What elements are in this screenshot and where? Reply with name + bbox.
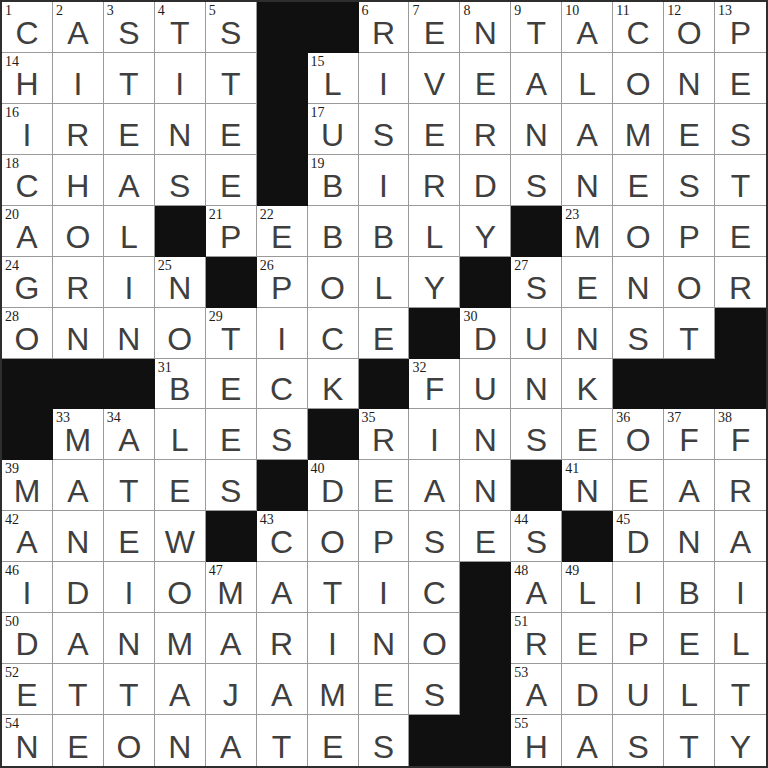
white-cell[interactable]: O <box>308 511 359 562</box>
cell-letter: E <box>104 119 154 151</box>
black-cell <box>613 359 664 410</box>
white-cell[interactable]: A <box>715 511 766 562</box>
cell-letter: N <box>613 272 663 304</box>
white-cell[interactable]: N <box>53 308 104 359</box>
cell-letter: I <box>359 170 409 202</box>
white-cell[interactable]: E <box>613 460 664 511</box>
white-cell[interactable]: E <box>206 104 257 155</box>
white-cell[interactable]: A <box>664 460 715 511</box>
white-cell[interactable]: O <box>664 257 715 308</box>
white-cell[interactable]: N <box>664 511 715 562</box>
cell-letter: P <box>359 526 409 558</box>
clue-number: 16 <box>5 105 19 120</box>
white-cell[interactable]: E <box>53 715 104 766</box>
cell-letter: S <box>155 170 205 202</box>
cell-letter: O <box>2 323 52 355</box>
cell-letter: C <box>308 323 358 355</box>
white-cell[interactable]: O <box>155 562 206 613</box>
cell-letter: M <box>613 119 663 151</box>
white-cell[interactable]: 25N <box>155 257 206 308</box>
white-cell[interactable]: U <box>511 308 562 359</box>
white-cell[interactable]: A <box>206 613 257 664</box>
white-cell[interactable]: S <box>613 308 664 359</box>
white-cell[interactable]: T <box>664 715 715 766</box>
white-cell[interactable]: S <box>613 715 664 766</box>
clue-number: 5 <box>209 3 216 18</box>
white-cell[interactable]: E <box>664 613 715 664</box>
white-cell[interactable]: T <box>257 715 308 766</box>
white-cell[interactable]: 52E <box>2 664 53 715</box>
white-cell[interactable]: M <box>308 664 359 715</box>
white-cell[interactable]: 44S <box>511 511 562 562</box>
white-cell[interactable]: S <box>715 104 766 155</box>
cell-letter: S <box>359 119 409 151</box>
white-cell[interactable]: M <box>155 613 206 664</box>
white-cell[interactable]: K <box>562 359 613 410</box>
cell-letter: A <box>104 170 154 202</box>
white-cell[interactable]: S <box>206 460 257 511</box>
white-cell[interactable]: 23M <box>562 206 613 257</box>
black-cell <box>460 613 511 664</box>
white-cell[interactable]: Y <box>409 257 460 308</box>
white-cell[interactable]: I <box>359 53 410 104</box>
white-cell[interactable]: 55H <box>511 715 562 766</box>
white-cell[interactable]: I <box>104 257 155 308</box>
white-cell[interactable]: B <box>664 562 715 613</box>
white-cell[interactable]: T <box>308 562 359 613</box>
white-cell[interactable]: 16I <box>2 104 53 155</box>
white-cell[interactable]: I <box>155 53 206 104</box>
white-cell[interactable]: 50D <box>2 613 53 664</box>
cell-letter: I <box>2 577 52 609</box>
cell-letter: G <box>2 272 52 304</box>
white-cell[interactable]: D <box>53 562 104 613</box>
white-cell[interactable]: N <box>562 155 613 206</box>
white-cell[interactable]: I <box>53 53 104 104</box>
white-cell[interactable]: 41N <box>562 460 613 511</box>
cell-letter: E <box>664 119 714 151</box>
white-cell[interactable]: 38F <box>715 409 766 460</box>
cell-letter: C <box>409 577 459 609</box>
white-cell[interactable]: D <box>460 155 511 206</box>
white-cell[interactable]: R <box>409 155 460 206</box>
white-cell[interactable]: E <box>460 53 511 104</box>
white-cell[interactable]: 45D <box>613 511 664 562</box>
cell-letter: T <box>308 577 358 609</box>
white-cell[interactable]: 42A <box>2 511 53 562</box>
white-cell[interactable]: E <box>562 613 613 664</box>
cell-letter: E <box>613 475 663 507</box>
white-cell[interactable]: 14H <box>2 53 53 104</box>
white-cell[interactable]: E <box>664 104 715 155</box>
white-cell[interactable]: H <box>53 155 104 206</box>
white-cell[interactable]: A <box>206 715 257 766</box>
white-cell[interactable]: E <box>155 460 206 511</box>
cell-letter: H <box>53 170 103 202</box>
white-cell[interactable]: S <box>664 155 715 206</box>
white-cell[interactable]: E <box>613 155 664 206</box>
cell-letter: I <box>104 272 154 304</box>
white-cell[interactable]: 3S <box>104 2 155 53</box>
white-cell[interactable]: L <box>562 53 613 104</box>
white-cell[interactable]: E <box>562 257 613 308</box>
cell-letter: A <box>53 17 103 49</box>
white-cell[interactable]: I <box>359 155 410 206</box>
white-cell[interactable]: 54N <box>2 715 53 766</box>
cell-letter: N <box>562 323 612 355</box>
white-cell[interactable]: N <box>460 409 511 460</box>
white-cell[interactable]: 35R <box>359 409 410 460</box>
white-cell[interactable]: N <box>104 613 155 664</box>
white-cell[interactable]: T <box>104 664 155 715</box>
black-cell <box>104 359 155 410</box>
cell-letter: R <box>715 475 766 507</box>
white-cell[interactable]: T <box>715 155 766 206</box>
white-cell[interactable]: I <box>257 308 308 359</box>
white-cell[interactable]: 51R <box>511 613 562 664</box>
white-cell[interactable]: O <box>104 715 155 766</box>
white-cell[interactable]: I <box>104 562 155 613</box>
white-cell[interactable]: P <box>664 206 715 257</box>
white-cell[interactable]: 2A <box>53 2 104 53</box>
cell-letter: O <box>155 323 205 355</box>
white-cell[interactable]: E <box>359 308 410 359</box>
cell-letter: R <box>359 17 409 49</box>
white-cell[interactable]: I <box>409 409 460 460</box>
white-cell[interactable]: S <box>511 409 562 460</box>
cell-letter: O <box>613 221 663 253</box>
white-cell[interactable]: T <box>104 53 155 104</box>
cell-letter: N <box>359 628 409 660</box>
cell-letter: D <box>2 628 52 660</box>
white-cell[interactable]: B <box>308 206 359 257</box>
cell-letter: E <box>206 119 256 151</box>
white-cell[interactable]: A <box>257 562 308 613</box>
white-cell[interactable]: I <box>308 613 359 664</box>
white-cell[interactable]: 8N <box>460 2 511 53</box>
cell-letter: A <box>2 526 52 558</box>
cell-letter: C <box>257 526 307 558</box>
white-cell[interactable]: O <box>155 308 206 359</box>
white-cell[interactable]: R <box>460 104 511 155</box>
cell-letter: I <box>104 577 154 609</box>
white-cell[interactable]: S <box>359 715 410 766</box>
cell-letter: I <box>613 577 663 609</box>
cell-letter: E <box>715 68 766 100</box>
cell-letter: E <box>308 731 358 763</box>
white-cell[interactable]: 15L <box>308 53 359 104</box>
white-cell[interactable]: A <box>155 664 206 715</box>
white-cell[interactable]: L <box>409 206 460 257</box>
white-cell[interactable]: T <box>715 664 766 715</box>
cell-letter: I <box>257 323 307 355</box>
black-cell <box>2 409 53 460</box>
white-cell[interactable]: N <box>613 257 664 308</box>
white-cell[interactable]: 17U <box>308 104 359 155</box>
white-cell[interactable]: A <box>409 460 460 511</box>
white-cell[interactable]: 1C <box>2 2 53 53</box>
white-cell[interactable]: 33M <box>53 409 104 460</box>
white-cell[interactable]: 20A <box>2 206 53 257</box>
white-cell[interactable]: P <box>613 613 664 664</box>
cell-letter: N <box>562 170 612 202</box>
white-cell[interactable]: N <box>664 53 715 104</box>
white-cell[interactable]: E <box>308 715 359 766</box>
white-cell[interactable]: O <box>53 206 104 257</box>
cell-letter: R <box>359 424 409 456</box>
white-cell[interactable]: C <box>257 359 308 410</box>
white-cell[interactable]: R <box>257 613 308 664</box>
white-cell[interactable]: 29T <box>206 308 257 359</box>
cell-letter: S <box>206 475 256 507</box>
cell-letter: D <box>460 170 510 202</box>
cell-letter: N <box>53 323 103 355</box>
white-cell[interactable]: S <box>359 104 410 155</box>
white-cell[interactable]: L <box>104 206 155 257</box>
white-cell[interactable]: N <box>511 104 562 155</box>
cell-letter: A <box>206 731 256 763</box>
white-cell[interactable]: 30D <box>460 308 511 359</box>
white-cell[interactable]: 27S <box>511 257 562 308</box>
white-cell[interactable]: 19B <box>308 155 359 206</box>
black-cell <box>715 359 766 410</box>
white-cell[interactable]: T <box>104 460 155 511</box>
cell-letter: D <box>308 475 358 507</box>
white-cell[interactable]: T <box>53 664 104 715</box>
cell-letter: O <box>613 68 663 100</box>
white-cell[interactable]: 31B <box>155 359 206 410</box>
white-cell[interactable]: N <box>155 104 206 155</box>
black-cell <box>53 359 104 410</box>
cell-letter: E <box>409 119 459 151</box>
cell-letter: O <box>308 272 358 304</box>
clue-number: 4 <box>158 3 165 18</box>
white-cell[interactable]: 24G <box>2 257 53 308</box>
cell-letter: I <box>2 119 52 151</box>
white-cell[interactable]: M <box>613 104 664 155</box>
cell-letter: I <box>359 68 409 100</box>
white-cell[interactable]: 5S <box>206 2 257 53</box>
cell-letter: N <box>2 731 52 763</box>
white-cell[interactable]: E <box>715 206 766 257</box>
cell-letter: A <box>2 221 52 253</box>
white-cell[interactable]: 4T <box>155 2 206 53</box>
white-cell[interactable]: 36O <box>613 409 664 460</box>
white-cell[interactable]: D <box>562 664 613 715</box>
white-cell[interactable]: 47M <box>206 562 257 613</box>
black-cell <box>409 715 460 766</box>
white-cell[interactable]: L <box>664 664 715 715</box>
white-cell[interactable]: 22E <box>257 206 308 257</box>
white-cell[interactable]: 18C <box>2 155 53 206</box>
white-cell[interactable]: N <box>104 308 155 359</box>
cell-letter: A <box>715 526 766 558</box>
black-cell <box>2 359 53 410</box>
white-cell[interactable]: 6R <box>359 2 410 53</box>
white-cell[interactable]: 9T <box>511 2 562 53</box>
white-cell[interactable]: S <box>511 155 562 206</box>
cell-letter: A <box>511 679 561 711</box>
white-cell[interactable]: A <box>104 155 155 206</box>
white-cell[interactable]: R <box>715 257 766 308</box>
white-cell[interactable]: B <box>359 206 410 257</box>
white-cell[interactable]: V <box>409 53 460 104</box>
white-cell[interactable]: S <box>409 664 460 715</box>
white-cell[interactable]: N <box>155 715 206 766</box>
clue-number: 6 <box>362 3 369 18</box>
white-cell[interactable]: 49L <box>562 562 613 613</box>
white-cell[interactable]: K <box>308 359 359 410</box>
white-cell[interactable]: A <box>511 53 562 104</box>
cell-letter: A <box>155 679 205 711</box>
white-cell[interactable]: U <box>613 664 664 715</box>
clue-number: 46 <box>5 563 19 578</box>
clue-number: 1 <box>5 3 12 18</box>
white-cell[interactable]: A <box>53 460 104 511</box>
cell-letter: L <box>409 221 459 253</box>
white-cell[interactable]: N <box>53 511 104 562</box>
white-cell[interactable]: 48A <box>511 562 562 613</box>
white-cell[interactable]: N <box>359 613 410 664</box>
cell-letter: A <box>562 119 612 151</box>
white-cell[interactable]: 46I <box>2 562 53 613</box>
white-cell[interactable]: Y <box>715 715 766 766</box>
white-cell[interactable]: A <box>257 664 308 715</box>
white-cell[interactable]: I <box>715 562 766 613</box>
white-cell[interactable]: T <box>206 53 257 104</box>
white-cell[interactable]: T <box>664 308 715 359</box>
white-cell[interactable]: C <box>409 562 460 613</box>
white-cell[interactable]: 7E <box>409 2 460 53</box>
white-cell[interactable]: E <box>409 104 460 155</box>
black-cell <box>562 511 613 562</box>
white-cell[interactable]: R <box>53 257 104 308</box>
white-cell[interactable]: N <box>511 359 562 410</box>
cell-letter: A <box>511 68 561 100</box>
cell-letter: I <box>308 628 358 660</box>
white-cell[interactable]: O <box>613 53 664 104</box>
cell-letter: E <box>206 170 256 202</box>
white-cell[interactable]: O <box>613 206 664 257</box>
white-cell[interactable]: 11C <box>613 2 664 53</box>
white-cell[interactable]: 43C <box>257 511 308 562</box>
white-cell[interactable]: U <box>460 359 511 410</box>
cell-letter: Y <box>460 221 510 253</box>
white-cell[interactable]: L <box>155 409 206 460</box>
cell-letter: P <box>715 17 766 49</box>
cell-letter: T <box>715 170 766 202</box>
cell-letter: L <box>155 424 205 456</box>
white-cell[interactable]: P <box>359 511 410 562</box>
cell-letter: C <box>257 373 307 405</box>
cell-letter: E <box>206 373 256 405</box>
black-cell <box>460 715 511 766</box>
cell-letter: K <box>308 373 358 405</box>
white-cell[interactable]: E <box>104 104 155 155</box>
cell-letter: S <box>511 170 561 202</box>
black-cell <box>460 664 511 715</box>
cell-letter: S <box>613 323 663 355</box>
white-cell[interactable]: N <box>460 460 511 511</box>
cell-letter: E <box>460 526 510 558</box>
white-cell[interactable]: E <box>206 359 257 410</box>
black-cell <box>155 206 206 257</box>
white-cell[interactable]: S <box>155 155 206 206</box>
white-cell[interactable]: I <box>613 562 664 613</box>
white-cell[interactable]: 13P <box>715 2 766 53</box>
cell-letter: S <box>359 731 409 763</box>
white-cell[interactable]: 21P <box>206 206 257 257</box>
black-cell <box>206 257 257 308</box>
white-cell[interactable]: 10A <box>562 2 613 53</box>
white-cell[interactable]: E <box>562 409 613 460</box>
cell-letter: O <box>308 526 358 558</box>
white-cell[interactable]: 40D <box>308 460 359 511</box>
white-cell[interactable]: 37F <box>664 409 715 460</box>
white-cell[interactable]: R <box>53 104 104 155</box>
white-cell[interactable]: C <box>308 308 359 359</box>
cell-letter: R <box>511 628 561 660</box>
white-cell[interactable]: 39M <box>2 460 53 511</box>
white-cell[interactable]: L <box>715 613 766 664</box>
white-cell[interactable]: A <box>562 104 613 155</box>
white-cell[interactable]: E <box>359 460 410 511</box>
white-cell[interactable]: Y <box>460 206 511 257</box>
white-cell[interactable]: 32F <box>409 359 460 410</box>
white-cell[interactable]: 34A <box>104 409 155 460</box>
white-cell[interactable]: R <box>715 460 766 511</box>
white-cell[interactable]: O <box>409 613 460 664</box>
clue-number: 7 <box>412 3 419 18</box>
white-cell[interactable]: E <box>715 53 766 104</box>
white-cell[interactable]: J <box>206 664 257 715</box>
white-cell[interactable]: 53A <box>511 664 562 715</box>
white-cell[interactable]: S <box>409 511 460 562</box>
cell-letter: O <box>104 731 154 763</box>
white-cell[interactable]: I <box>359 562 410 613</box>
cell-letter: S <box>409 679 459 711</box>
white-cell[interactable]: E <box>104 511 155 562</box>
cell-letter: M <box>155 628 205 660</box>
clue-number: 2 <box>56 3 63 18</box>
cell-letter: S <box>206 17 256 49</box>
white-cell[interactable]: 26P <box>257 257 308 308</box>
white-cell[interactable]: E <box>359 664 410 715</box>
white-cell[interactable]: N <box>562 308 613 359</box>
cell-letter: N <box>664 68 714 100</box>
white-cell[interactable]: 12O <box>664 2 715 53</box>
white-cell[interactable]: W <box>155 511 206 562</box>
cell-letter: N <box>460 475 510 507</box>
white-cell[interactable]: A <box>562 715 613 766</box>
cell-letter: P <box>664 221 714 253</box>
cell-letter: T <box>206 68 256 100</box>
white-cell[interactable]: 28O <box>2 308 53 359</box>
black-cell <box>511 460 562 511</box>
white-cell[interactable]: E <box>206 155 257 206</box>
cell-letter: D <box>460 323 510 355</box>
white-cell[interactable]: E <box>206 409 257 460</box>
white-cell[interactable]: O <box>308 257 359 308</box>
white-cell[interactable]: E <box>460 511 511 562</box>
white-cell[interactable]: L <box>359 257 410 308</box>
cell-letter: O <box>664 272 714 304</box>
white-cell[interactable]: S <box>257 409 308 460</box>
cell-letter: C <box>2 17 52 49</box>
white-cell[interactable]: A <box>53 613 104 664</box>
cell-letter: E <box>562 424 612 456</box>
cell-letter: D <box>53 577 103 609</box>
